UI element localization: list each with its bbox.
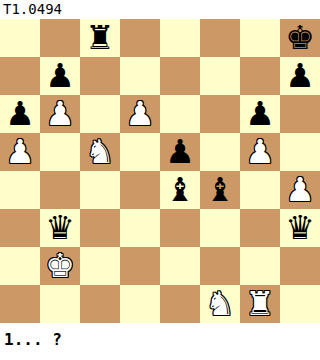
square-e8[interactable] xyxy=(160,19,200,57)
white-pawn-icon[interactable]: ♟ xyxy=(125,95,155,133)
square-a3[interactable] xyxy=(0,209,40,247)
square-e4[interactable]: ♝ xyxy=(160,171,200,209)
square-b1[interactable] xyxy=(40,285,80,323)
square-h7[interactable]: ♟ xyxy=(280,57,320,95)
square-h3[interactable]: ♛ xyxy=(280,209,320,247)
square-b2[interactable]: ♚ xyxy=(40,247,80,285)
square-g4[interactable] xyxy=(240,171,280,209)
white-pawn-icon[interactable]: ♟ xyxy=(5,133,35,171)
puzzle-id-label: T1.0494 xyxy=(0,0,320,19)
black-bishop-icon[interactable]: ♝ xyxy=(165,171,195,209)
white-pawn-icon[interactable]: ♟ xyxy=(285,171,315,209)
square-e2[interactable] xyxy=(160,247,200,285)
square-b7[interactable]: ♟ xyxy=(40,57,80,95)
square-d4[interactable] xyxy=(120,171,160,209)
square-f5[interactable] xyxy=(200,133,240,171)
square-a8[interactable] xyxy=(0,19,40,57)
square-h1[interactable] xyxy=(280,285,320,323)
square-g1[interactable]: ♜ xyxy=(240,285,280,323)
square-e1[interactable] xyxy=(160,285,200,323)
square-a7[interactable] xyxy=(0,57,40,95)
square-h6[interactable] xyxy=(280,95,320,133)
square-d6[interactable]: ♟ xyxy=(120,95,160,133)
square-d1[interactable] xyxy=(120,285,160,323)
square-f3[interactable] xyxy=(200,209,240,247)
square-a6[interactable]: ♟ xyxy=(0,95,40,133)
square-e7[interactable] xyxy=(160,57,200,95)
square-g3[interactable] xyxy=(240,209,280,247)
square-g2[interactable] xyxy=(240,247,280,285)
square-b8[interactable] xyxy=(40,19,80,57)
square-b6[interactable]: ♟ xyxy=(40,95,80,133)
chess-tactics-window: T1.0494 ♜♚♟♟♟♟♟♟♟♞♟♟♝♝♟♛♛♚♞♜ 1... ? xyxy=(0,0,320,360)
square-f4[interactable]: ♝ xyxy=(200,171,240,209)
black-rook-icon[interactable]: ♜ xyxy=(85,19,115,57)
square-g7[interactable] xyxy=(240,57,280,95)
white-king-icon[interactable]: ♚ xyxy=(45,247,75,285)
square-d2[interactable] xyxy=(120,247,160,285)
black-pawn-icon[interactable]: ♟ xyxy=(5,95,35,133)
square-c4[interactable] xyxy=(80,171,120,209)
square-e6[interactable] xyxy=(160,95,200,133)
square-c8[interactable]: ♜ xyxy=(80,19,120,57)
square-c7[interactable] xyxy=(80,57,120,95)
square-a2[interactable] xyxy=(0,247,40,285)
black-pawn-icon[interactable]: ♟ xyxy=(245,95,275,133)
chess-board: ♜♚♟♟♟♟♟♟♟♞♟♟♝♝♟♛♛♚♞♜ xyxy=(0,19,320,323)
square-e3[interactable] xyxy=(160,209,200,247)
square-f8[interactable] xyxy=(200,19,240,57)
square-h5[interactable] xyxy=(280,133,320,171)
square-d7[interactable] xyxy=(120,57,160,95)
square-c2[interactable] xyxy=(80,247,120,285)
black-pawn-icon[interactable]: ♟ xyxy=(285,57,315,95)
black-queen-icon[interactable]: ♛ xyxy=(45,209,75,247)
square-g8[interactable] xyxy=(240,19,280,57)
black-king-icon[interactable]: ♚ xyxy=(285,19,315,57)
square-g6[interactable]: ♟ xyxy=(240,95,280,133)
square-d5[interactable] xyxy=(120,133,160,171)
square-e5[interactable]: ♟ xyxy=(160,133,200,171)
square-b4[interactable] xyxy=(40,171,80,209)
square-b5[interactable] xyxy=(40,133,80,171)
square-g5[interactable]: ♟ xyxy=(240,133,280,171)
black-pawn-icon[interactable]: ♟ xyxy=(45,57,75,95)
square-d3[interactable] xyxy=(120,209,160,247)
white-knight-icon[interactable]: ♞ xyxy=(85,133,115,171)
square-h8[interactable]: ♚ xyxy=(280,19,320,57)
white-knight-icon[interactable]: ♞ xyxy=(205,285,235,323)
black-bishop-icon[interactable]: ♝ xyxy=(205,171,235,209)
square-a1[interactable] xyxy=(0,285,40,323)
square-h2[interactable] xyxy=(280,247,320,285)
square-c5[interactable]: ♞ xyxy=(80,133,120,171)
square-f2[interactable] xyxy=(200,247,240,285)
square-c1[interactable] xyxy=(80,285,120,323)
square-f6[interactable] xyxy=(200,95,240,133)
white-pawn-icon[interactable]: ♟ xyxy=(245,133,275,171)
square-d8[interactable] xyxy=(120,19,160,57)
square-h4[interactable]: ♟ xyxy=(280,171,320,209)
square-b3[interactable]: ♛ xyxy=(40,209,80,247)
square-a4[interactable] xyxy=(0,171,40,209)
move-prompt-label: 1... ? xyxy=(0,323,320,349)
white-rook-icon[interactable]: ♜ xyxy=(245,285,275,323)
white-pawn-icon[interactable]: ♟ xyxy=(45,95,75,133)
square-f1[interactable]: ♞ xyxy=(200,285,240,323)
square-f7[interactable] xyxy=(200,57,240,95)
square-a5[interactable]: ♟ xyxy=(0,133,40,171)
black-queen-icon[interactable]: ♛ xyxy=(285,209,315,247)
square-c6[interactable] xyxy=(80,95,120,133)
square-c3[interactable] xyxy=(80,209,120,247)
black-pawn-icon[interactable]: ♟ xyxy=(165,133,195,171)
